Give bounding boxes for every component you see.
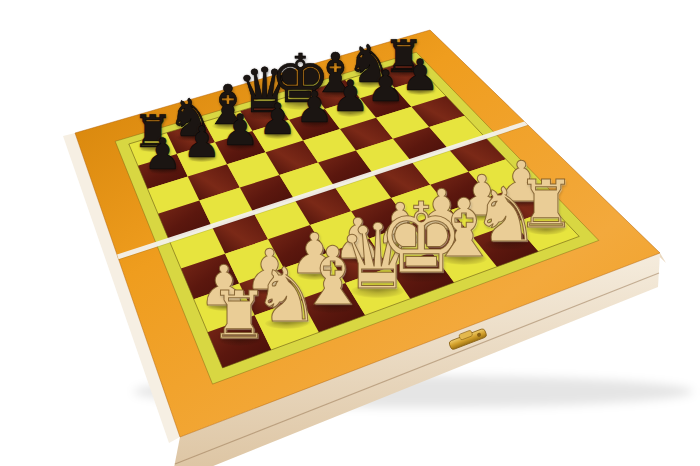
piece-black-pawn-g7[interactable]: ♟ xyxy=(366,65,405,108)
piece-black-pawn-c7[interactable]: ♟ xyxy=(221,109,260,152)
piece-black-pawn-d7[interactable]: ♟ xyxy=(258,98,297,141)
piece-layer: ♜♞♝♛♚♝♞♜♟♟♟♟♟♟♟♟♟♟♟♟♟♟♟♟♜♞♝♛♚♝♞♜ xyxy=(0,0,700,466)
piece-black-pawn-h7[interactable]: ♟ xyxy=(401,54,440,97)
piece-black-pawn-b7[interactable]: ♟ xyxy=(182,121,221,164)
piece-black-pawn-a7[interactable]: ♟ xyxy=(143,133,182,176)
piece-white-rook-h1[interactable]: ♜ xyxy=(516,172,575,238)
chess-set-photo: ♜♞♝♛♚♝♞♜♟♟♟♟♟♟♟♟♟♟♟♟♟♟♟♟♜♞♝♛♚♝♞♜ xyxy=(0,0,700,466)
piece-black-pawn-f7[interactable]: ♟ xyxy=(331,75,370,118)
piece-black-pawn-e7[interactable]: ♟ xyxy=(295,87,334,130)
